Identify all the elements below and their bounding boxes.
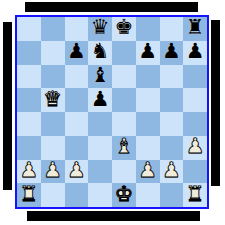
square-f2[interactable]: ♟ bbox=[136, 160, 160, 184]
square-e8[interactable]: ♚ bbox=[112, 17, 136, 41]
square-d7[interactable]: ♞ bbox=[88, 41, 112, 65]
square-c8[interactable] bbox=[65, 17, 89, 41]
square-f3[interactable] bbox=[136, 136, 160, 160]
square-d1[interactable] bbox=[88, 183, 112, 207]
square-g6[interactable] bbox=[160, 65, 184, 89]
square-c6[interactable] bbox=[65, 65, 89, 89]
square-d2[interactable] bbox=[88, 160, 112, 184]
square-d6[interactable]: ♝ bbox=[88, 65, 112, 89]
square-d4[interactable] bbox=[88, 112, 112, 136]
chess-board: ♛♚♜♟♞♟♟♟♝♛♟♝♟♟♟♟♟♟♜♚♜ bbox=[15, 15, 209, 209]
square-f8[interactable] bbox=[136, 17, 160, 41]
piece-black-knight[interactable]: ♞ bbox=[91, 41, 110, 62]
square-f6[interactable] bbox=[136, 65, 160, 89]
square-b8[interactable] bbox=[41, 17, 65, 41]
piece-black-pawn[interactable]: ♟ bbox=[162, 41, 181, 62]
square-g8[interactable] bbox=[160, 17, 184, 41]
square-g5[interactable] bbox=[160, 88, 184, 112]
square-h8[interactable]: ♜ bbox=[183, 17, 207, 41]
piece-white-pawn[interactable]: ♟ bbox=[162, 160, 181, 181]
piece-white-pawn[interactable]: ♟ bbox=[19, 160, 38, 181]
square-a7[interactable] bbox=[17, 41, 41, 65]
square-c3[interactable] bbox=[65, 136, 89, 160]
square-h1[interactable]: ♜ bbox=[183, 183, 207, 207]
square-a8[interactable] bbox=[17, 17, 41, 41]
square-e6[interactable] bbox=[112, 65, 136, 89]
square-c5[interactable] bbox=[65, 88, 89, 112]
square-a4[interactable] bbox=[17, 112, 41, 136]
square-d8[interactable]: ♛ bbox=[88, 17, 112, 41]
square-g2[interactable]: ♟ bbox=[160, 160, 184, 184]
square-b3[interactable] bbox=[41, 136, 65, 160]
square-f1[interactable] bbox=[136, 183, 160, 207]
square-c4[interactable] bbox=[65, 112, 89, 136]
piece-black-pawn[interactable]: ♟ bbox=[138, 41, 157, 62]
board-shadow-bottom bbox=[27, 211, 200, 221]
piece-black-bishop[interactable]: ♝ bbox=[91, 65, 110, 86]
square-a5[interactable] bbox=[17, 88, 41, 112]
square-g7[interactable]: ♟ bbox=[160, 41, 184, 65]
square-a1[interactable]: ♜ bbox=[17, 183, 41, 207]
square-e7[interactable] bbox=[112, 41, 136, 65]
square-h4[interactable] bbox=[183, 112, 207, 136]
square-h3[interactable]: ♟ bbox=[183, 136, 207, 160]
square-f7[interactable]: ♟ bbox=[136, 41, 160, 65]
square-e5[interactable] bbox=[112, 88, 136, 112]
piece-white-king[interactable]: ♚ bbox=[114, 184, 133, 205]
square-b1[interactable] bbox=[41, 183, 65, 207]
piece-black-rook[interactable]: ♜ bbox=[186, 17, 205, 38]
square-h2[interactable] bbox=[183, 160, 207, 184]
square-f5[interactable] bbox=[136, 88, 160, 112]
square-b2[interactable]: ♟ bbox=[41, 160, 65, 184]
square-e2[interactable] bbox=[112, 160, 136, 184]
piece-white-queen[interactable]: ♛ bbox=[43, 89, 62, 110]
piece-white-pawn[interactable]: ♟ bbox=[138, 160, 157, 181]
piece-white-pawn[interactable]: ♟ bbox=[67, 160, 86, 181]
piece-black-pawn[interactable]: ♟ bbox=[91, 89, 110, 110]
square-d5[interactable]: ♟ bbox=[88, 88, 112, 112]
square-b7[interactable] bbox=[41, 41, 65, 65]
square-f4[interactable] bbox=[136, 112, 160, 136]
piece-black-pawn[interactable]: ♟ bbox=[186, 41, 205, 62]
square-c2[interactable]: ♟ bbox=[65, 160, 89, 184]
board-shadow-left bbox=[3, 22, 12, 190]
square-h6[interactable] bbox=[183, 65, 207, 89]
chess-app: ♛♚♜♟♞♟♟♟♝♛♟♝♟♟♟♟♟♟♜♚♜ bbox=[0, 0, 225, 225]
piece-white-pawn[interactable]: ♟ bbox=[186, 136, 205, 157]
piece-white-pawn[interactable]: ♟ bbox=[43, 160, 62, 181]
board-shadow-top bbox=[25, 2, 198, 12]
square-a6[interactable] bbox=[17, 65, 41, 89]
square-e4[interactable] bbox=[112, 112, 136, 136]
square-e1[interactable]: ♚ bbox=[112, 183, 136, 207]
piece-white-rook[interactable]: ♜ bbox=[19, 184, 38, 205]
square-b6[interactable] bbox=[41, 65, 65, 89]
piece-black-king[interactable]: ♚ bbox=[114, 17, 133, 38]
square-g4[interactable] bbox=[160, 112, 184, 136]
piece-black-pawn[interactable]: ♟ bbox=[67, 41, 86, 62]
square-c7[interactable]: ♟ bbox=[65, 41, 89, 65]
square-g3[interactable] bbox=[160, 136, 184, 160]
square-a3[interactable] bbox=[17, 136, 41, 160]
square-g1[interactable] bbox=[160, 183, 184, 207]
square-b5[interactable]: ♛ bbox=[41, 88, 65, 112]
piece-black-queen[interactable]: ♛ bbox=[91, 17, 110, 38]
square-c1[interactable] bbox=[65, 183, 89, 207]
square-b4[interactable] bbox=[41, 112, 65, 136]
square-h7[interactable]: ♟ bbox=[183, 41, 207, 65]
piece-white-bishop[interactable]: ♝ bbox=[114, 136, 133, 157]
board-shadow-right bbox=[211, 20, 220, 186]
square-a2[interactable]: ♟ bbox=[17, 160, 41, 184]
square-e3[interactable]: ♝ bbox=[112, 136, 136, 160]
square-h5[interactable] bbox=[183, 88, 207, 112]
square-d3[interactable] bbox=[88, 136, 112, 160]
piece-white-rook[interactable]: ♜ bbox=[186, 184, 205, 205]
